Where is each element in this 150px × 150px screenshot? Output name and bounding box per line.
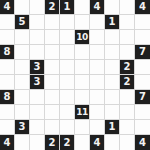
empty-cell-r1c8[interactable] [120, 15, 135, 30]
empty-cell-r6c8[interactable] [120, 90, 135, 105]
empty-cell-r3c2[interactable] [30, 45, 45, 60]
clue-cell-r3c0: 8 [0, 45, 15, 60]
empty-cell-r5c0[interactable] [0, 75, 15, 90]
empty-cell-r5c6[interactable] [90, 75, 105, 90]
clue-cell-r9c6: 4 [90, 135, 105, 150]
empty-cell-r3c1[interactable] [15, 45, 30, 60]
clue-cell-r0c9: 4 [135, 0, 150, 15]
empty-cell-r3c8[interactable] [120, 45, 135, 60]
empty-cell-r4c4[interactable] [60, 60, 75, 75]
clue-cell-r5c8: 2 [120, 75, 135, 90]
empty-cell-r4c6[interactable] [90, 60, 105, 75]
empty-cell-r0c2[interactable] [30, 0, 45, 15]
clue-cell-r0c3: 2 [45, 0, 60, 15]
empty-cell-r2c4[interactable] [60, 30, 75, 45]
empty-cell-r8c8[interactable] [120, 120, 135, 135]
clue-cell-r4c8: 2 [120, 60, 135, 75]
empty-cell-r0c1[interactable] [15, 0, 30, 15]
clue-cell-r0c6: 4 [90, 0, 105, 15]
clue-cell-r0c4: 1 [60, 0, 75, 15]
clue-cell-r3c9: 7 [135, 45, 150, 60]
empty-cell-r4c0[interactable] [0, 60, 15, 75]
empty-cell-r8c0[interactable] [0, 120, 15, 135]
empty-cell-r1c2[interactable] [30, 15, 45, 30]
empty-cell-r2c2[interactable] [30, 30, 45, 45]
empty-cell-r4c3[interactable] [45, 60, 60, 75]
empty-cell-r4c7[interactable] [105, 60, 120, 75]
empty-cell-r8c9[interactable] [135, 120, 150, 135]
empty-cell-r7c4[interactable] [60, 105, 75, 120]
clue-cell-r9c4: 2 [60, 135, 75, 150]
empty-cell-r1c9[interactable] [135, 15, 150, 30]
empty-cell-r5c1[interactable] [15, 75, 30, 90]
empty-cell-r3c3[interactable] [45, 45, 60, 60]
empty-cell-r1c5[interactable] [75, 15, 90, 30]
empty-cell-r2c8[interactable] [120, 30, 135, 45]
clue-cell-r1c1: 5 [15, 15, 30, 30]
clue-cell-r1c7: 1 [105, 15, 120, 30]
empty-cell-r7c6[interactable] [90, 105, 105, 120]
empty-cell-r5c4[interactable] [60, 75, 75, 90]
empty-cell-r3c7[interactable] [105, 45, 120, 60]
empty-cell-r9c2[interactable] [30, 135, 45, 150]
empty-cell-r1c3[interactable] [45, 15, 60, 30]
empty-cell-r2c0[interactable] [0, 30, 15, 45]
empty-cell-r6c3[interactable] [45, 90, 60, 105]
empty-cell-r3c5[interactable] [75, 45, 90, 60]
empty-cell-r7c3[interactable] [45, 105, 60, 120]
empty-cell-r4c5[interactable] [75, 60, 90, 75]
empty-cell-r6c4[interactable] [60, 90, 75, 105]
clue-cell-r5c2: 3 [30, 75, 45, 90]
clue-cell-r8c1: 3 [15, 120, 30, 135]
clue-cell-r0c0: 4 [0, 0, 15, 15]
empty-cell-r5c7[interactable] [105, 75, 120, 90]
empty-cell-r0c5[interactable] [75, 0, 90, 15]
empty-cell-r0c7[interactable] [105, 0, 120, 15]
empty-cell-r9c7[interactable] [105, 135, 120, 150]
clue-cell-r4c2: 3 [30, 60, 45, 75]
clue-cell-r6c9: 7 [135, 90, 150, 105]
clue-cell-r2c5: 10 [75, 30, 90, 45]
empty-cell-r7c9[interactable] [135, 105, 150, 120]
empty-cell-r7c8[interactable] [120, 105, 135, 120]
empty-cell-r5c5[interactable] [75, 75, 90, 90]
clue-cell-r6c0: 8 [0, 90, 15, 105]
empty-cell-r6c7[interactable] [105, 90, 120, 105]
empty-cell-r8c4[interactable] [60, 120, 75, 135]
empty-cell-r8c6[interactable] [90, 120, 105, 135]
empty-cell-r2c6[interactable] [90, 30, 105, 45]
empty-cell-r5c3[interactable] [45, 75, 60, 90]
clue-cell-r7c5: 11 [75, 105, 90, 120]
empty-cell-r6c2[interactable] [30, 90, 45, 105]
empty-cell-r5c9[interactable] [135, 75, 150, 90]
clue-cell-r9c0: 4 [0, 135, 15, 150]
empty-cell-r7c7[interactable] [105, 105, 120, 120]
empty-cell-r8c5[interactable] [75, 120, 90, 135]
empty-cell-r7c1[interactable] [15, 105, 30, 120]
empty-cell-r2c9[interactable] [135, 30, 150, 45]
empty-cell-r2c3[interactable] [45, 30, 60, 45]
empty-cell-r2c1[interactable] [15, 30, 30, 45]
empty-cell-r9c8[interactable] [120, 135, 135, 150]
empty-cell-r7c2[interactable] [30, 105, 45, 120]
empty-cell-r3c4[interactable] [60, 45, 75, 60]
clue-cell-r9c3: 2 [45, 135, 60, 150]
puzzle-grid: 42144511087323287113142244 [0, 0, 150, 150]
empty-cell-r9c1[interactable] [15, 135, 30, 150]
clue-cell-r9c9: 4 [135, 135, 150, 150]
empty-cell-r3c6[interactable] [90, 45, 105, 60]
empty-cell-r1c4[interactable] [60, 15, 75, 30]
empty-cell-r7c0[interactable] [0, 105, 15, 120]
empty-cell-r0c8[interactable] [120, 0, 135, 15]
empty-cell-r1c0[interactable] [0, 15, 15, 30]
empty-cell-r8c3[interactable] [45, 120, 60, 135]
clue-cell-r8c7: 1 [105, 120, 120, 135]
empty-cell-r4c1[interactable] [15, 60, 30, 75]
empty-cell-r1c6[interactable] [90, 15, 105, 30]
empty-cell-r2c7[interactable] [105, 30, 120, 45]
empty-cell-r9c5[interactable] [75, 135, 90, 150]
empty-cell-r8c2[interactable] [30, 120, 45, 135]
empty-cell-r6c5[interactable] [75, 90, 90, 105]
empty-cell-r6c6[interactable] [90, 90, 105, 105]
empty-cell-r4c9[interactable] [135, 60, 150, 75]
empty-cell-r6c1[interactable] [15, 90, 30, 105]
